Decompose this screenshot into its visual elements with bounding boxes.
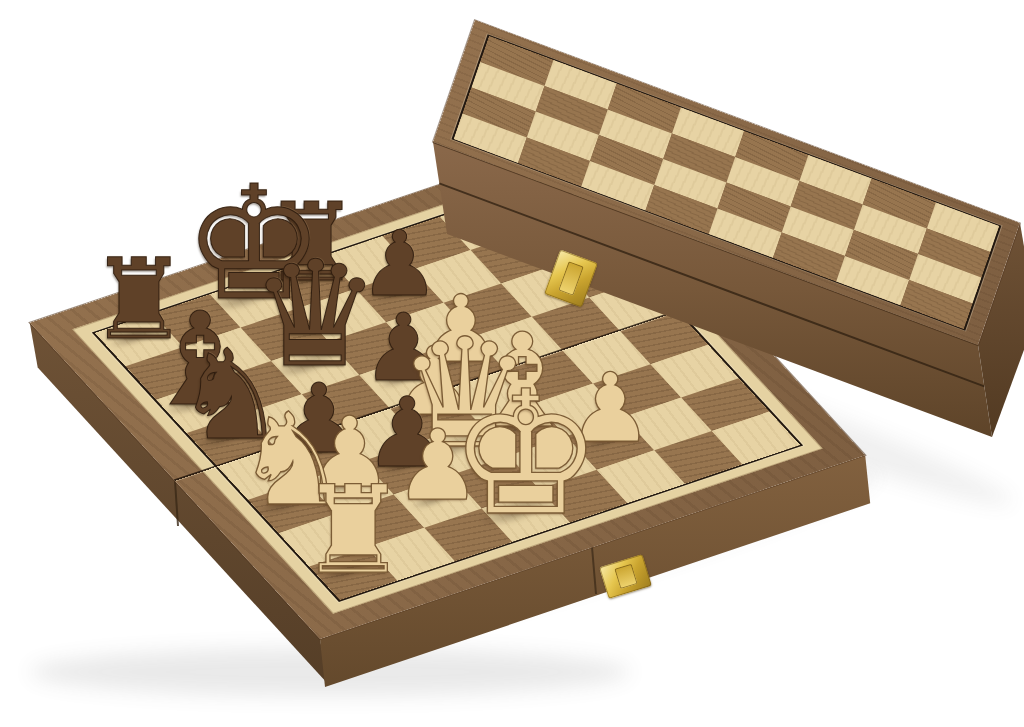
clasp-slot	[558, 262, 583, 296]
chess-set-product-photo: ♜♚♟♟♞♟♛♝♟♟♜♚♜♟♝♛♞♟♟♟	[0, 0, 1024, 727]
